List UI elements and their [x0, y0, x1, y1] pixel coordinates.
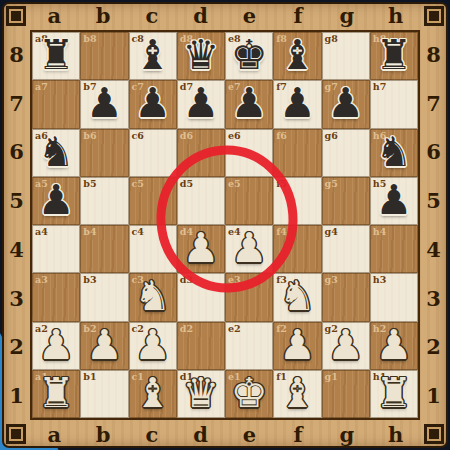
- piece-black-king[interactable]: ♚: [231, 33, 268, 77]
- square-label-b8: b8: [83, 33, 96, 44]
- square-h4[interactable]: h4: [370, 225, 418, 273]
- square-a3[interactable]: a3: [32, 273, 80, 321]
- file-label-b: b: [79, 421, 128, 448]
- square-d6[interactable]: d6: [177, 129, 225, 177]
- rank-labels-left: 87654321: [3, 30, 30, 420]
- piece-white-rook[interactable]: ♜: [38, 371, 75, 415]
- square-c4[interactable]: c4: [129, 225, 177, 273]
- square-a4[interactable]: a4: [32, 225, 80, 273]
- square-f7[interactable]: f7♟: [273, 80, 321, 128]
- square-c5[interactable]: c5: [129, 177, 177, 225]
- square-label-h3: h3: [373, 274, 387, 285]
- square-label-d6: d6: [180, 130, 193, 141]
- square-label-g4: g4: [325, 226, 338, 237]
- file-label-d: d: [176, 2, 225, 29]
- square-b4[interactable]: b4: [80, 225, 128, 273]
- piece-white-pawn[interactable]: ♟: [231, 226, 268, 270]
- square-f5[interactable]: f5: [273, 177, 321, 225]
- rank-label-2: 2: [420, 323, 447, 372]
- piece-black-pawn[interactable]: ♟: [327, 81, 364, 125]
- piece-white-pawn[interactable]: ♟: [86, 323, 123, 367]
- square-h2[interactable]: h2♟: [370, 322, 418, 370]
- rank-label-8: 8: [3, 30, 30, 79]
- square-label-e2: e2: [228, 323, 241, 334]
- piece-white-pawn[interactable]: ♟: [375, 323, 412, 367]
- square-g2[interactable]: g2♟: [322, 322, 370, 370]
- square-label-a4: a4: [35, 226, 48, 237]
- file-labels-top: abcdefgh: [30, 2, 420, 29]
- corner-ornament-top-right: [424, 6, 444, 26]
- piece-black-pawn[interactable]: ♟: [38, 178, 75, 222]
- square-label-a3: a3: [35, 274, 48, 285]
- piece-black-pawn[interactable]: ♟: [279, 81, 316, 125]
- piece-white-pawn[interactable]: ♟: [38, 323, 75, 367]
- piece-white-pawn[interactable]: ♟: [182, 226, 219, 270]
- piece-black-knight[interactable]: ♞: [38, 130, 75, 174]
- square-h7[interactable]: h7: [370, 80, 418, 128]
- square-label-c4: c4: [132, 226, 144, 237]
- rank-label-1: 1: [3, 371, 30, 420]
- rank-label-2: 2: [3, 323, 30, 372]
- rank-label-3: 3: [3, 274, 30, 323]
- square-label-e3: e3: [228, 274, 241, 285]
- square-label-g6: g6: [325, 130, 338, 141]
- file-label-e: e: [225, 421, 274, 448]
- file-label-c: c: [128, 2, 177, 29]
- piece-black-queen[interactable]: ♛: [182, 33, 219, 77]
- square-h6[interactable]: h6♞: [370, 129, 418, 177]
- square-label-f5: f5: [276, 178, 287, 189]
- square-f6[interactable]: f6: [273, 129, 321, 177]
- square-f1[interactable]: f1♝: [273, 370, 321, 418]
- square-b8[interactable]: b8: [80, 32, 128, 80]
- square-f8[interactable]: f8♝: [273, 32, 321, 80]
- square-c1[interactable]: c1♝: [129, 370, 177, 418]
- file-label-f: f: [274, 2, 323, 29]
- piece-white-knight[interactable]: ♞: [279, 274, 316, 318]
- square-c3[interactable]: c3♞: [129, 273, 177, 321]
- piece-black-pawn[interactable]: ♟: [182, 81, 219, 125]
- file-label-a: a: [30, 421, 79, 448]
- square-label-f4: f4: [276, 226, 287, 237]
- square-label-c5: c5: [132, 178, 144, 189]
- square-b2[interactable]: b2♟: [80, 322, 128, 370]
- square-d3[interactable]: d3: [177, 273, 225, 321]
- square-label-b5: b5: [83, 178, 96, 189]
- corner-ornament-bottom-right: [424, 424, 444, 444]
- file-label-b: b: [79, 2, 128, 29]
- square-label-e5: e5: [228, 178, 241, 189]
- square-a2[interactable]: a2♟: [32, 322, 80, 370]
- file-label-d: d: [176, 421, 225, 448]
- chess-board[interactable]: a8♜b8c8♝d8♛e8♚f8♝g8h8♜a7b7♟c7♟d7♟e7♟f7♟g…: [30, 30, 420, 420]
- square-label-e6: e6: [228, 130, 241, 141]
- square-b7[interactable]: b7♟: [80, 80, 128, 128]
- square-b5[interactable]: b5: [80, 177, 128, 225]
- piece-black-pawn[interactable]: ♟: [86, 81, 123, 125]
- file-labels-bottom: abcdefgh: [30, 421, 420, 448]
- square-a6[interactable]: a6♞: [32, 129, 80, 177]
- rank-label-7: 7: [3, 79, 30, 128]
- square-label-h4: h4: [373, 226, 387, 237]
- square-a1[interactable]: a1♜: [32, 370, 80, 418]
- square-label-h7: h7: [373, 81, 387, 92]
- file-label-e: e: [225, 2, 274, 29]
- square-label-f6: f6: [276, 130, 287, 141]
- piece-white-pawn[interactable]: ♟: [134, 323, 171, 367]
- square-label-c6: c6: [132, 130, 144, 141]
- piece-white-pawn[interactable]: ♟: [327, 323, 364, 367]
- square-d5[interactable]: d5: [177, 177, 225, 225]
- square-c8[interactable]: c8♝: [129, 32, 177, 80]
- square-a7[interactable]: a7: [32, 80, 80, 128]
- piece-white-king[interactable]: ♚: [231, 371, 268, 415]
- rank-label-7: 7: [420, 79, 447, 128]
- square-e1[interactable]: e1♚: [225, 370, 273, 418]
- file-label-c: c: [128, 421, 177, 448]
- file-label-g: g: [323, 2, 372, 29]
- square-label-b4: b4: [83, 226, 96, 237]
- square-a8[interactable]: a8♜: [32, 32, 80, 80]
- rank-label-1: 1: [420, 371, 447, 420]
- square-label-b1: b1: [83, 371, 96, 382]
- square-g5[interactable]: g5: [322, 177, 370, 225]
- square-c7[interactable]: c7♟: [129, 80, 177, 128]
- piece-white-bishop[interactable]: ♝: [279, 371, 316, 415]
- square-label-d5: d5: [180, 178, 193, 189]
- square-c6[interactable]: c6: [129, 129, 177, 177]
- square-label-d3: d3: [180, 274, 193, 285]
- square-d2[interactable]: d2: [177, 322, 225, 370]
- corner-ornament-bottom-left: [6, 424, 26, 444]
- square-label-g8: g8: [325, 33, 338, 44]
- square-label-g1: g1: [325, 371, 338, 382]
- file-label-g: g: [323, 421, 372, 448]
- piece-black-knight[interactable]: ♞: [375, 130, 412, 174]
- square-e5[interactable]: e5: [225, 177, 273, 225]
- rank-label-8: 8: [420, 30, 447, 79]
- piece-white-rook[interactable]: ♜: [375, 371, 412, 415]
- file-label-a: a: [30, 2, 79, 29]
- square-e6[interactable]: e6: [225, 129, 273, 177]
- piece-white-queen[interactable]: ♛: [182, 371, 219, 415]
- square-g3[interactable]: g3: [322, 273, 370, 321]
- piece-black-rook[interactable]: ♜: [38, 33, 75, 77]
- square-d1[interactable]: d1♛: [177, 370, 225, 418]
- piece-white-bishop[interactable]: ♝: [134, 371, 171, 415]
- piece-white-pawn[interactable]: ♟: [279, 323, 316, 367]
- rank-label-4: 4: [420, 225, 447, 274]
- square-h1[interactable]: h1♜: [370, 370, 418, 418]
- rank-label-6: 6: [3, 128, 30, 177]
- square-c2[interactable]: c2♟: [129, 322, 177, 370]
- square-b6[interactable]: b6: [80, 129, 128, 177]
- file-label-f: f: [274, 421, 323, 448]
- square-f2[interactable]: f2♟: [273, 322, 321, 370]
- square-d8[interactable]: d8♛: [177, 32, 225, 80]
- rank-label-5: 5: [420, 176, 447, 225]
- corner-ornament-top-left: [6, 6, 26, 26]
- square-h5[interactable]: h5♟: [370, 177, 418, 225]
- square-b1[interactable]: b1: [80, 370, 128, 418]
- square-e3[interactable]: e3: [225, 273, 273, 321]
- square-label-b3: b3: [83, 274, 96, 285]
- square-e8[interactable]: e8♚: [225, 32, 273, 80]
- square-label-a7: a7: [35, 81, 48, 92]
- rank-label-3: 3: [420, 274, 447, 323]
- square-b3[interactable]: b3: [80, 273, 128, 321]
- rank-label-5: 5: [3, 176, 30, 225]
- square-label-b6: b6: [83, 130, 96, 141]
- square-g1[interactable]: g1: [322, 370, 370, 418]
- rank-labels-right: 87654321: [420, 30, 447, 420]
- square-h8[interactable]: h8♜: [370, 32, 418, 80]
- square-d7[interactable]: d7♟: [177, 80, 225, 128]
- rank-label-6: 6: [420, 128, 447, 177]
- square-g4[interactable]: g4: [322, 225, 370, 273]
- square-a5[interactable]: a5♟: [32, 177, 80, 225]
- square-f3[interactable]: f3♞: [273, 273, 321, 321]
- piece-black-pawn[interactable]: ♟: [134, 81, 171, 125]
- piece-white-knight[interactable]: ♞: [134, 274, 171, 318]
- square-label-d2: d2: [180, 323, 193, 334]
- file-label-h: h: [371, 2, 420, 29]
- piece-black-pawn[interactable]: ♟: [231, 81, 268, 125]
- square-h3[interactable]: h3: [370, 273, 418, 321]
- square-e7[interactable]: e7♟: [225, 80, 273, 128]
- square-e4[interactable]: e4♟: [225, 225, 273, 273]
- square-label-g3: g3: [325, 274, 338, 285]
- piece-black-pawn[interactable]: ♟: [375, 178, 412, 222]
- rank-label-4: 4: [3, 225, 30, 274]
- file-label-h: h: [371, 421, 420, 448]
- square-g6[interactable]: g6: [322, 129, 370, 177]
- square-label-g5: g5: [325, 178, 338, 189]
- square-g8[interactable]: g8: [322, 32, 370, 80]
- square-e2[interactable]: e2: [225, 322, 273, 370]
- square-d4[interactable]: d4♟: [177, 225, 225, 273]
- square-g7[interactable]: g7♟: [322, 80, 370, 128]
- piece-black-rook[interactable]: ♜: [375, 33, 412, 77]
- piece-black-bishop[interactable]: ♝: [134, 33, 171, 77]
- chess-app-screen: abcdefgh abcdefgh 87654321 87654321 a8♜b…: [0, 0, 450, 450]
- piece-black-bishop[interactable]: ♝: [279, 33, 316, 77]
- square-f4[interactable]: f4: [273, 225, 321, 273]
